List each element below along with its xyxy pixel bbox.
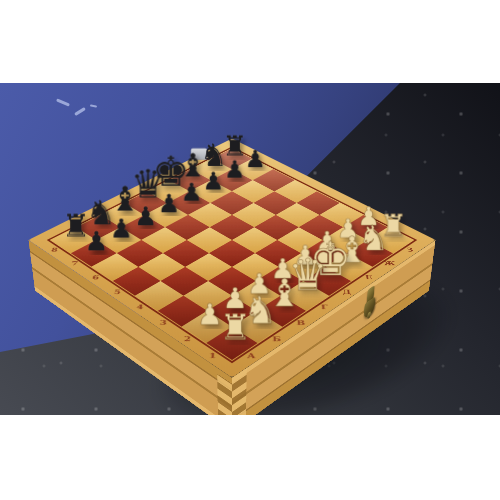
- white-rook[interactable]: ♜: [208, 310, 263, 345]
- top-white-band: [0, 0, 500, 83]
- brass-clasp: [363, 284, 377, 324]
- finger-joints: [217, 368, 232, 415]
- square-d5: [187, 227, 232, 253]
- photo: 87654321 АБВГДЕЖЗ ♜♞♝♛♚♝♞♜♟♟♟♟♟♟♟♟♟♟♟♟♟♟…: [0, 83, 500, 415]
- chess-board: 87654321 АБВГДЕЖЗ ♜♞♝♛♚♝♞♜♟♟♟♟♟♟♟♟♟♟♟♟♟♟…: [28, 139, 435, 378]
- finger-joints: [232, 368, 247, 415]
- page: 87654321 АБВГДЕЖЗ ♜♞♝♛♚♝♞♜♟♟♟♟♟♟♟♟♟♟♟♟♟♟…: [0, 0, 500, 500]
- chess-box-scene: 87654321 АБВГДЕЖЗ ♜♞♝♛♚♝♞♜♟♟♟♟♟♟♟♟♟♟♟♟♟♟…: [0, 83, 500, 415]
- bottom-white-band: [0, 415, 500, 500]
- black-pawn[interactable]: ♟: [72, 228, 121, 254]
